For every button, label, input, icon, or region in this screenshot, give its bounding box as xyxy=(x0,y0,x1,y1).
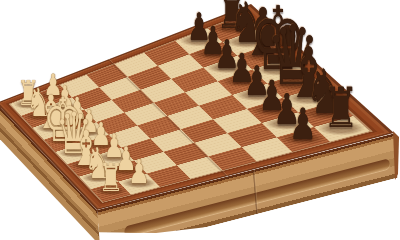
chess-set-photo: ♜♟♞♟♝♟♚♟♛♟♟♝♜♟♟♞♞♟♟♜♝♟♟♚♟♛♟♝♟♞♟♜ xyxy=(0,0,400,240)
